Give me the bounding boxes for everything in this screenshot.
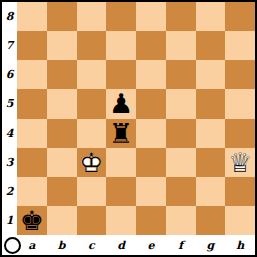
square-c8[interactable] xyxy=(77,2,107,31)
square-f1[interactable] xyxy=(166,206,196,235)
square-e4[interactable] xyxy=(136,119,166,148)
file-label-c: c xyxy=(77,235,107,255)
square-a7[interactable] xyxy=(17,31,47,60)
file-label-b: b xyxy=(47,235,77,255)
black-king[interactable]: ♚ xyxy=(17,206,47,235)
square-f4[interactable] xyxy=(166,119,196,148)
square-g3[interactable] xyxy=(196,148,226,177)
square-a2[interactable] xyxy=(17,177,47,206)
white-queen-outline-glyph: ♕ xyxy=(225,148,255,177)
square-d4[interactable]: ♜ xyxy=(106,119,136,148)
square-f5[interactable] xyxy=(166,89,196,118)
file-label-d: d xyxy=(106,235,136,255)
rank-label-6: 6 xyxy=(2,60,17,89)
square-a4[interactable] xyxy=(17,119,47,148)
square-c3[interactable]: ♚♔ xyxy=(77,148,107,177)
square-b5[interactable] xyxy=(47,89,77,118)
square-e1[interactable] xyxy=(136,206,166,235)
rank-label-1: 1 xyxy=(2,206,17,235)
square-b3[interactable] xyxy=(47,148,77,177)
square-a1[interactable]: ♚ xyxy=(17,206,47,235)
black-pawn-glyph: ♟ xyxy=(106,89,136,118)
black-rook[interactable]: ♜ xyxy=(106,119,136,148)
file-labels: abcdefgh xyxy=(17,235,255,255)
square-d2[interactable] xyxy=(106,177,136,206)
square-b7[interactable] xyxy=(47,31,77,60)
square-b1[interactable] xyxy=(47,206,77,235)
square-h2[interactable] xyxy=(225,177,255,206)
chess-diagram: 87654321 ♟♜♚♔♛♕♚ abcdefgh xyxy=(0,0,257,257)
file-label-f: f xyxy=(166,235,196,255)
square-e8[interactable] xyxy=(136,2,166,31)
square-h1[interactable] xyxy=(225,206,255,235)
white-king[interactable]: ♚♔ xyxy=(77,148,107,177)
rank-label-7: 7 xyxy=(2,31,17,60)
square-d5[interactable]: ♟ xyxy=(106,89,136,118)
rank-label-4: 4 xyxy=(2,119,17,148)
black-pawn[interactable]: ♟ xyxy=(106,89,136,118)
square-h5[interactable] xyxy=(225,89,255,118)
square-g2[interactable] xyxy=(196,177,226,206)
white-queen[interactable]: ♛♕ xyxy=(225,148,255,177)
square-f3[interactable] xyxy=(166,148,196,177)
square-f2[interactable] xyxy=(166,177,196,206)
square-c6[interactable] xyxy=(77,60,107,89)
square-h7[interactable] xyxy=(225,31,255,60)
square-g7[interactable] xyxy=(196,31,226,60)
square-g4[interactable] xyxy=(196,119,226,148)
rank-label-2: 2 xyxy=(2,177,17,206)
rank-labels: 87654321 xyxy=(2,2,17,235)
square-b8[interactable] xyxy=(47,2,77,31)
square-f6[interactable] xyxy=(166,60,196,89)
square-d1[interactable] xyxy=(106,206,136,235)
file-label-g: g xyxy=(196,235,226,255)
square-a3[interactable] xyxy=(17,148,47,177)
rank-label-3: 3 xyxy=(2,148,17,177)
square-h4[interactable] xyxy=(225,119,255,148)
square-e6[interactable] xyxy=(136,60,166,89)
square-b4[interactable] xyxy=(47,119,77,148)
square-f8[interactable] xyxy=(166,2,196,31)
square-b6[interactable] xyxy=(47,60,77,89)
rank-label-5: 5 xyxy=(2,89,17,118)
file-label-a: a xyxy=(17,235,47,255)
square-g8[interactable] xyxy=(196,2,226,31)
white-king-outline-glyph: ♔ xyxy=(77,148,107,177)
square-c7[interactable] xyxy=(77,31,107,60)
rank-label-8: 8 xyxy=(2,2,17,31)
file-label-h: h xyxy=(225,235,255,255)
square-e5[interactable] xyxy=(136,89,166,118)
square-a8[interactable] xyxy=(17,2,47,31)
square-f7[interactable] xyxy=(166,31,196,60)
square-d3[interactable] xyxy=(106,148,136,177)
square-g1[interactable] xyxy=(196,206,226,235)
square-c4[interactable] xyxy=(77,119,107,148)
square-a5[interactable] xyxy=(17,89,47,118)
black-king-glyph: ♚ xyxy=(17,206,47,235)
square-c1[interactable] xyxy=(77,206,107,235)
square-b2[interactable] xyxy=(47,177,77,206)
square-h6[interactable] xyxy=(225,60,255,89)
square-e3[interactable] xyxy=(136,148,166,177)
square-c2[interactable] xyxy=(77,177,107,206)
square-h3[interactable]: ♛♕ xyxy=(225,148,255,177)
chess-board: ♟♜♚♔♛♕♚ xyxy=(17,2,255,235)
square-g6[interactable] xyxy=(196,60,226,89)
square-h8[interactable] xyxy=(225,2,255,31)
square-g5[interactable] xyxy=(196,89,226,118)
square-a6[interactable] xyxy=(17,60,47,89)
side-to-move-indicator xyxy=(4,237,21,254)
file-label-e: e xyxy=(136,235,166,255)
black-rook-glyph: ♜ xyxy=(106,119,136,148)
square-e7[interactable] xyxy=(136,31,166,60)
square-e2[interactable] xyxy=(136,177,166,206)
square-d7[interactable] xyxy=(106,31,136,60)
square-c5[interactable] xyxy=(77,89,107,118)
square-d8[interactable] xyxy=(106,2,136,31)
square-d6[interactable] xyxy=(106,60,136,89)
